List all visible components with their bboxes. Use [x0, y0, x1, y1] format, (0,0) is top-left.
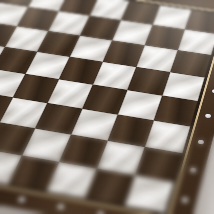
depth-blur-near	[0, 0, 214, 214]
photo-viewport	[0, 0, 214, 214]
